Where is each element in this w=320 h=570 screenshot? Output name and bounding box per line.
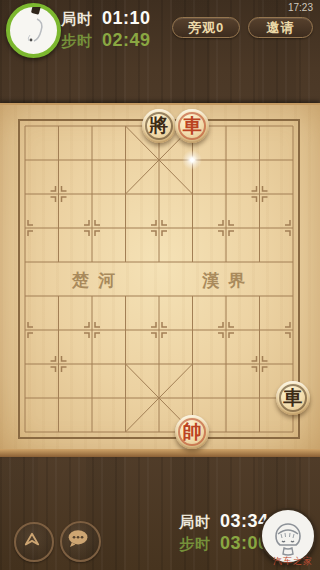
invite-button-label: 邀请: [267, 19, 295, 37]
piece-grid: ✦將車車帥: [8, 109, 310, 449]
opponent-clock-row: 局时 01:10: [61, 8, 151, 29]
piece-red-general[interactable]: 帥: [175, 415, 209, 449]
xiangqi-game-screen: 局时 01:10 步时 02:49 旁观0 邀请 17:23 楚河 漢界 ✦將車…: [0, 0, 320, 570]
piece-black-general[interactable]: 將: [142, 109, 176, 143]
chat-bubble-icon: [62, 523, 95, 556]
spectate-button[interactable]: 旁观0: [172, 17, 240, 38]
piece-black-chariot[interactable]: 車: [276, 381, 310, 415]
opponent-move-clock-row: 步时 02:49: [61, 30, 151, 51]
avatar-sketch-icon: [10, 7, 57, 54]
player-move-time-label: 步时: [179, 535, 211, 554]
opponent-move-time-label: 步时: [61, 32, 93, 51]
piece-red-chariot[interactable]: 車: [175, 109, 209, 143]
opponent-move-time: 02:49: [102, 30, 151, 51]
xiangqi-board[interactable]: 楚河 漢界 ✦將車車帥: [0, 103, 320, 457]
invite-button[interactable]: 邀请: [248, 17, 313, 38]
player-move-clock-row: 步时 03:00: [179, 533, 269, 554]
piece-glyph: 車: [183, 116, 202, 135]
system-clock: 17:23: [288, 2, 313, 13]
opponent-avatar[interactable]: [6, 3, 61, 58]
last-move-sparkle: ✦: [182, 150, 202, 170]
opponent-game-time: 01:10: [102, 8, 151, 29]
board-bottom-bevel: [0, 449, 320, 457]
piece-glyph: 將: [149, 116, 168, 135]
chat-button[interactable]: [60, 521, 101, 562]
collapse-menu-button[interactable]: [14, 522, 54, 562]
player-game-time-label: 局时: [179, 513, 211, 532]
chevron-up-icon: [16, 524, 48, 556]
piece-glyph: 車: [283, 388, 302, 407]
spectate-button-label: 旁观0: [188, 19, 224, 37]
watermark: 汽车之家: [273, 555, 313, 568]
opponent-game-time-label: 局时: [61, 10, 93, 29]
player-clock-row: 局时 03:34: [179, 511, 269, 532]
piece-glyph: 帥: [183, 422, 202, 441]
